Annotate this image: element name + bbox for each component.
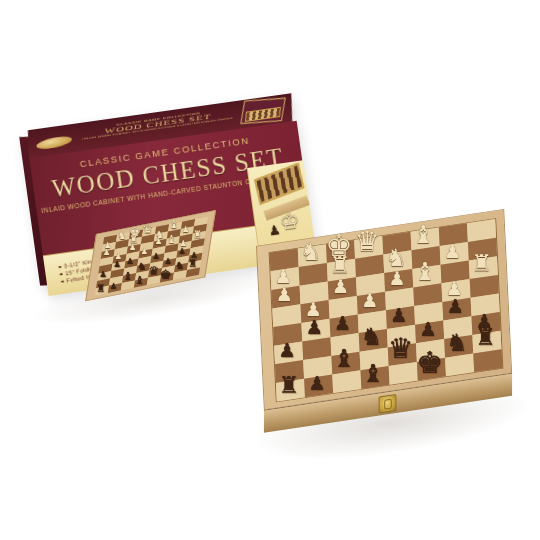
bullet-icon (61, 280, 64, 283)
board-square (95, 286, 109, 296)
mini-chessboard-image (245, 107, 281, 122)
chess-board-grid (269, 218, 504, 402)
board-square (332, 370, 361, 393)
board-square (147, 275, 161, 285)
board-square (417, 358, 446, 381)
board-square (304, 375, 333, 398)
white-king-image: ♔ (278, 207, 301, 235)
board-square (360, 366, 389, 389)
board-square (134, 278, 148, 288)
board-square (108, 283, 122, 293)
bullet-icon (60, 273, 63, 276)
board-square (173, 270, 187, 280)
product-photo: CLASSIC GAME COLLECTION WOOD CHESS SET I… (0, 0, 540, 540)
board-square (121, 280, 135, 290)
board-square (445, 354, 474, 377)
brand-oval-logo (36, 134, 72, 151)
board-square (276, 379, 305, 402)
board-square (186, 267, 200, 277)
bullet-icon (58, 266, 61, 269)
box-top-product-photo (240, 98, 286, 124)
gold-clasp-icon (379, 394, 397, 414)
board-square (389, 362, 418, 385)
board-square (473, 349, 502, 372)
dark-pawn-image: ♟ (268, 222, 282, 238)
board-square (160, 273, 174, 283)
